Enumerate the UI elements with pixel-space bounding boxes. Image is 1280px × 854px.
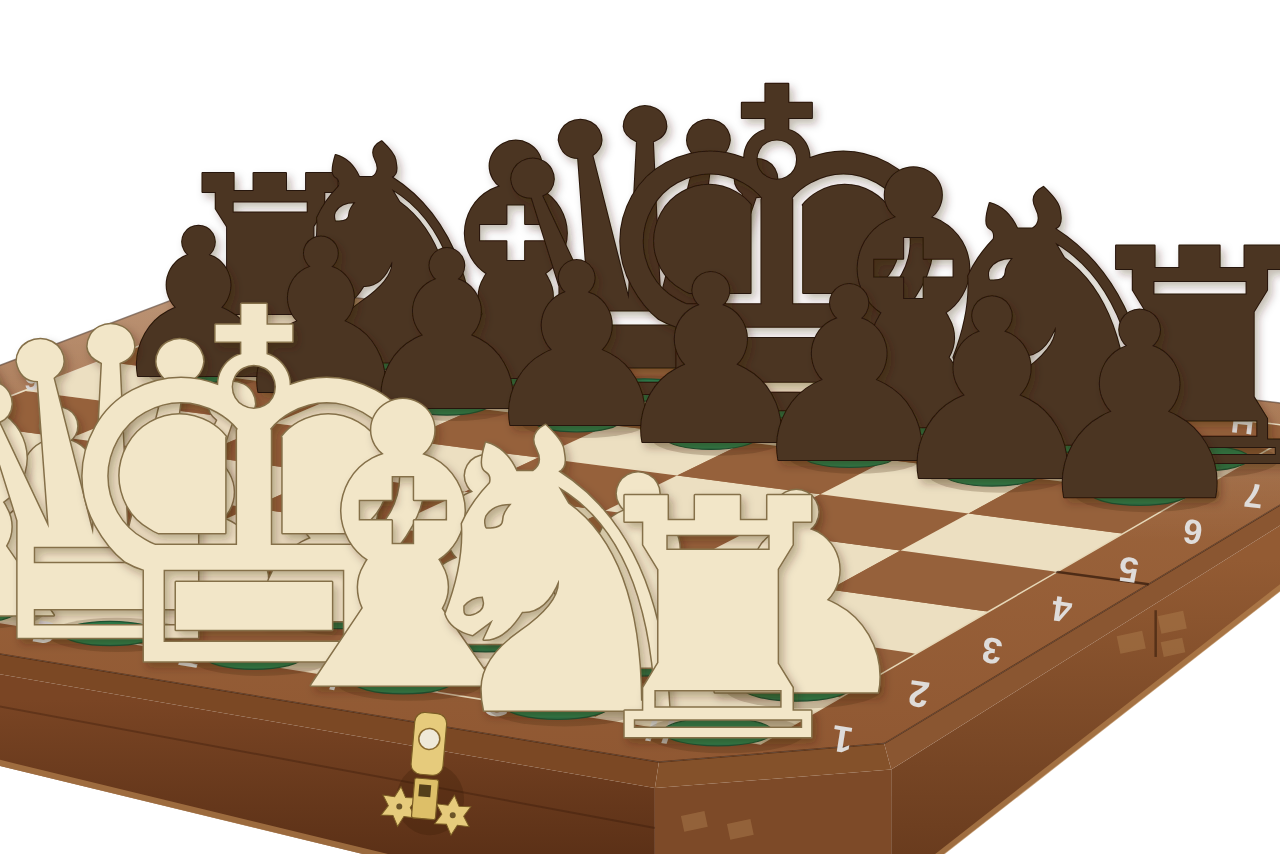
piece-black-pawn-h7: ♟ <box>1025 258 1255 558</box>
board-svg: DEFGHGH1234567678♜♞♟♝♟♛♟♚♟♝♟♞♟♜♟♟♟♟♟♝♟♛♟… <box>0 0 1280 854</box>
chess-set-photo: Wooden folding tournament chess set, sta… <box>0 0 1280 854</box>
piece-white-rook-h1: ♜ <box>570 430 867 815</box>
piece-glyph: ♟ <box>1025 258 1255 558</box>
piece-glyph: ♜ <box>570 430 867 815</box>
